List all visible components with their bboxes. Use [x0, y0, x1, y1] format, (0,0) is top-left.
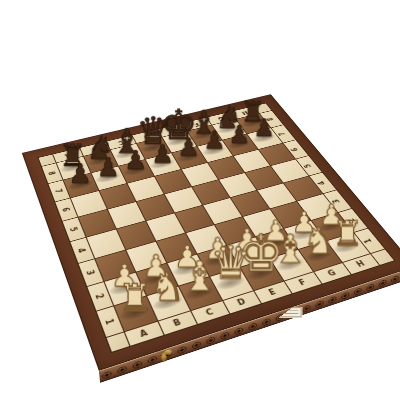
square-f3 — [242, 209, 282, 236]
coord-text: F — [193, 121, 200, 126]
coord-text: 4 — [76, 247, 87, 254]
square-d3 — [185, 225, 225, 253]
coord-text: C — [204, 307, 214, 317]
coord-text: G — [326, 269, 337, 278]
coord-text: C — [117, 139, 125, 145]
file-label-e-near: E — [254, 281, 291, 303]
square-d4 — [175, 205, 213, 232]
square-a4 — [86, 229, 124, 258]
coord-text: E — [267, 288, 277, 297]
coord-text: 4 — [317, 180, 327, 185]
file-label-c-near: C — [191, 301, 229, 324]
coord-text: 8 — [47, 170, 57, 175]
rank-label-5-left: 5 — [62, 217, 85, 241]
coord-band-corner — [370, 249, 393, 264]
coord-text: 3 — [84, 269, 95, 276]
coord-text: 7 — [278, 131, 287, 136]
file-label-b-near: B — [158, 311, 196, 334]
coord-text: 2 — [93, 292, 105, 300]
coord-band-corner — [106, 332, 129, 351]
coord-text: 5 — [68, 226, 79, 232]
product-photo-scene: ABCDEFGH8877665544332211ABCDEFGH ♜♞♝♛♚♝♞… — [0, 0, 400, 400]
square-c4 — [146, 213, 184, 240]
coord-text: 7 — [53, 188, 63, 194]
file-label-g-near: G — [314, 263, 350, 283]
rank-label-3-left: 3 — [78, 259, 103, 286]
coord-text: D — [142, 133, 150, 139]
square-c3 — [156, 233, 196, 262]
coord-text: 6 — [60, 206, 70, 212]
file-label-h-near: H — [342, 254, 378, 274]
perspective-wrap: ABCDEFGH8877665544332211ABCDEFGH ♜♞♝♛♚♝♞… — [0, 0, 400, 400]
square-b5 — [107, 202, 144, 228]
board-grid: ABCDEFGH8877665544332211ABCDEFGH — [37, 103, 395, 353]
board-top-face: ABCDEFGH8877665544332211ABCDEFGH — [22, 94, 400, 371]
coord-text: H — [240, 110, 248, 115]
file-label-d-near: D — [223, 291, 260, 313]
coord-text: 8 — [266, 117, 275, 121]
square-b3 — [126, 242, 166, 272]
coord-text: H — [355, 259, 366, 268]
coord-text: G — [216, 115, 224, 121]
coord-text: F — [297, 278, 307, 287]
coord-text: B — [172, 318, 182, 328]
coord-text: A — [138, 328, 148, 338]
square-b4 — [116, 221, 154, 249]
rank-label-4-left: 4 — [70, 238, 94, 263]
square-g3 — [270, 201, 310, 227]
chessboard: ABCDEFGH8877665544332211ABCDEFGH ♜♞♝♛♚♝♞… — [22, 94, 400, 371]
file-label-f-near: F — [284, 272, 321, 293]
coord-text: 2 — [347, 217, 358, 223]
square-a3 — [95, 250, 135, 281]
file-label-a-near: A — [124, 321, 163, 345]
coord-text: 1 — [103, 317, 115, 325]
coord-text: 5 — [303, 163, 313, 168]
coord-text: E — [168, 127, 175, 133]
square-e3 — [214, 217, 254, 245]
coord-text: 3 — [331, 198, 342, 204]
coord-text: D — [236, 297, 247, 307]
coord-text: A — [64, 152, 72, 158]
coord-text: 6 — [290, 147, 300, 152]
coord-text: 1 — [363, 237, 374, 243]
square-a5 — [78, 209, 115, 236]
coord-text: B — [90, 146, 98, 152]
rank-label-1-right: 1 — [354, 228, 384, 253]
